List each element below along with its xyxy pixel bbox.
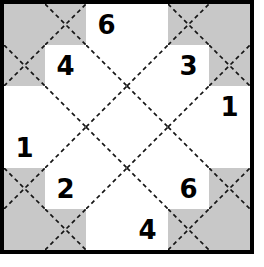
cell-r2c2[interactable]: 4 (45, 45, 87, 89)
diagonal-up-mark (45, 127, 86, 168)
diagonal-up-mark (127, 45, 168, 86)
puzzle-page: 64311264 (0, 0, 264, 267)
cell-r6c5[interactable] (168, 209, 210, 250)
cell-r6c3[interactable] (86, 209, 130, 250)
cell-r3c3[interactable] (86, 86, 130, 128)
cell-r6c4[interactable]: 4 (127, 209, 169, 250)
cell-r6c2[interactable] (45, 209, 87, 250)
cell-r4c6[interactable] (209, 127, 250, 171)
diagonal-up-mark (86, 168, 127, 209)
diagonal-down-mark (86, 45, 127, 86)
diagonal-x-mark (4, 168, 45, 209)
cell-r4c1[interactable]: 1 (4, 127, 46, 171)
given-digit: 6 (97, 12, 115, 38)
diagonal-down-mark (127, 168, 168, 209)
cell-r5c6[interactable] (209, 168, 250, 210)
cell-r5c1[interactable] (4, 168, 46, 210)
cell-r3c2[interactable] (45, 86, 87, 128)
cell-r2c4[interactable] (127, 45, 169, 89)
cell-r1c4[interactable] (127, 4, 169, 46)
diagonal-up-mark (86, 86, 127, 127)
cell-r5c5[interactable]: 6 (168, 168, 210, 210)
cell-r3c5[interactable] (168, 86, 210, 128)
cell-r6c6[interactable] (209, 209, 250, 250)
given-digit: 6 (179, 176, 197, 202)
cell-r4c4[interactable] (127, 127, 169, 171)
given-digit: 1 (220, 94, 238, 120)
cell-r3c1[interactable] (4, 86, 46, 128)
cell-r2c6[interactable] (209, 45, 250, 89)
diagonal-up-mark (168, 86, 209, 127)
cell-r3c4[interactable] (127, 86, 169, 128)
cell-r1c6[interactable] (209, 4, 250, 46)
diagonal-down-mark (86, 127, 127, 168)
given-digit: 1 (15, 135, 33, 161)
cell-r5c4[interactable] (127, 168, 169, 210)
given-digit: 3 (179, 53, 197, 79)
diagonal-up-mark (127, 127, 168, 168)
cell-r1c2[interactable] (45, 4, 87, 46)
cell-r4c5[interactable] (168, 127, 210, 171)
cell-r2c3[interactable] (86, 45, 130, 89)
cell-r2c5[interactable]: 3 (168, 45, 210, 89)
cell-r1c5[interactable] (168, 4, 210, 46)
cell-r3c6[interactable]: 1 (209, 86, 250, 128)
diagonal-x-mark (209, 45, 250, 86)
cell-r5c3[interactable] (86, 168, 130, 210)
diagonal-down-mark (168, 127, 209, 168)
given-digit: 2 (56, 176, 74, 202)
diagonal-down-mark (127, 86, 168, 127)
sudoku-board: 64311264 (0, 0, 254, 254)
cell-r6c1[interactable] (4, 209, 46, 250)
diagonal-x-mark (168, 209, 209, 250)
diagonal-down-mark (45, 86, 86, 127)
given-digit: 4 (138, 217, 156, 243)
given-digit: 4 (56, 53, 74, 79)
cell-r4c2[interactable] (45, 127, 87, 171)
cell-r2c1[interactable] (4, 45, 46, 89)
diagonal-x-mark (4, 45, 45, 86)
cell-r5c2[interactable]: 2 (45, 168, 87, 210)
cell-r1c3[interactable]: 6 (86, 4, 130, 46)
cell-r4c3[interactable] (86, 127, 130, 171)
diagonal-x-mark (168, 4, 209, 45)
diagonal-x-mark (45, 209, 86, 250)
cell-r1c1[interactable] (4, 4, 46, 46)
diagonal-x-mark (209, 168, 250, 209)
diagonal-x-mark (45, 4, 86, 45)
